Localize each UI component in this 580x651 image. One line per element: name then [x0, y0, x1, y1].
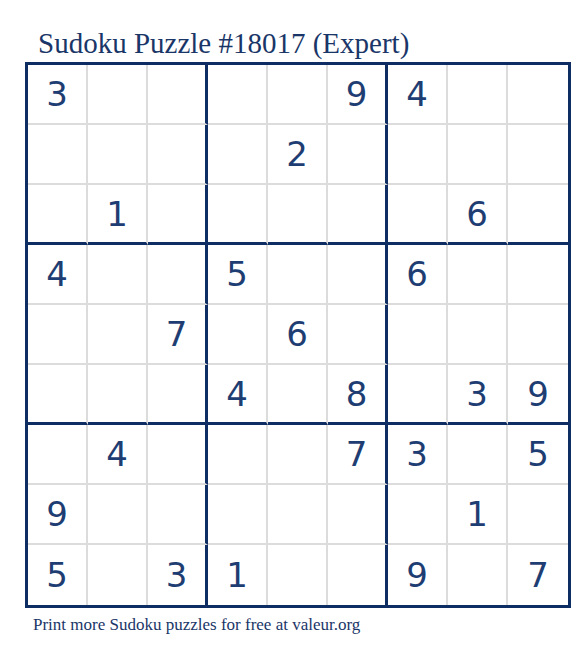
cell-r8c7[interactable]: [388, 485, 448, 545]
cell-r4c3[interactable]: [148, 245, 208, 305]
cell-r2c6[interactable]: [328, 125, 388, 185]
cell-r4c8[interactable]: [448, 245, 508, 305]
cell-r9c5[interactable]: [268, 545, 328, 605]
cell-r4c6[interactable]: [328, 245, 388, 305]
cell-r2c7[interactable]: [388, 125, 448, 185]
cell-r2c8[interactable]: [448, 125, 508, 185]
cell-r2c2[interactable]: [88, 125, 148, 185]
cell-r4c9[interactable]: [508, 245, 568, 305]
cell-r6c6[interactable]: 8: [328, 365, 388, 425]
cell-r8c9[interactable]: [508, 485, 568, 545]
cell-r6c7[interactable]: [388, 365, 448, 425]
cell-r6c3[interactable]: [148, 365, 208, 425]
cell-r5c1[interactable]: [28, 305, 88, 365]
cell-r1c8[interactable]: [448, 65, 508, 125]
cell-r3c8[interactable]: 6: [448, 185, 508, 245]
cell-r5c2[interactable]: [88, 305, 148, 365]
cell-r1c7[interactable]: 4: [388, 65, 448, 125]
cell-r3c4[interactable]: [208, 185, 268, 245]
cell-r8c5[interactable]: [268, 485, 328, 545]
cell-r6c1[interactable]: [28, 365, 88, 425]
cell-r9c1[interactable]: 5: [28, 545, 88, 605]
cell-r7c1[interactable]: [28, 425, 88, 485]
cell-r7c9[interactable]: 5: [508, 425, 568, 485]
cell-r9c3[interactable]: 3: [148, 545, 208, 605]
cell-r5c7[interactable]: [388, 305, 448, 365]
cell-r9c2[interactable]: [88, 545, 148, 605]
cell-r1c3[interactable]: [148, 65, 208, 125]
cell-r7c2[interactable]: 4: [88, 425, 148, 485]
cell-r6c9[interactable]: 9: [508, 365, 568, 425]
cell-r9c6[interactable]: [328, 545, 388, 605]
cell-r5c5[interactable]: 6: [268, 305, 328, 365]
cell-r2c9[interactable]: [508, 125, 568, 185]
cell-r8c4[interactable]: [208, 485, 268, 545]
cell-r3c5[interactable]: [268, 185, 328, 245]
cell-r8c1[interactable]: 9: [28, 485, 88, 545]
cell-r5c9[interactable]: [508, 305, 568, 365]
cell-r2c1[interactable]: [28, 125, 88, 185]
cell-r9c7[interactable]: 9: [388, 545, 448, 605]
cell-r5c3[interactable]: 7: [148, 305, 208, 365]
cell-r7c8[interactable]: [448, 425, 508, 485]
cell-r2c5[interactable]: 2: [268, 125, 328, 185]
cell-r6c5[interactable]: [268, 365, 328, 425]
cell-r1c6[interactable]: 9: [328, 65, 388, 125]
cell-r3c2[interactable]: 1: [88, 185, 148, 245]
cell-r1c2[interactable]: [88, 65, 148, 125]
page-title: Sudoku Puzzle #18017 (Expert): [38, 27, 409, 60]
sudoku-grid: 39421645676483947359153197: [25, 62, 571, 608]
cell-r3c9[interactable]: [508, 185, 568, 245]
cell-r3c7[interactable]: [388, 185, 448, 245]
cell-r6c4[interactable]: 4: [208, 365, 268, 425]
cell-r3c3[interactable]: [148, 185, 208, 245]
cell-r8c6[interactable]: [328, 485, 388, 545]
cell-r9c8[interactable]: [448, 545, 508, 605]
cell-r1c5[interactable]: [268, 65, 328, 125]
cell-r4c4[interactable]: 5: [208, 245, 268, 305]
cell-r5c8[interactable]: [448, 305, 508, 365]
cell-r4c1[interactable]: 4: [28, 245, 88, 305]
cell-r4c7[interactable]: 6: [388, 245, 448, 305]
cell-r7c3[interactable]: [148, 425, 208, 485]
cell-r5c4[interactable]: [208, 305, 268, 365]
cell-r6c2[interactable]: [88, 365, 148, 425]
cell-r8c2[interactable]: [88, 485, 148, 545]
cell-r7c4[interactable]: [208, 425, 268, 485]
cell-r1c4[interactable]: [208, 65, 268, 125]
cell-r4c5[interactable]: [268, 245, 328, 305]
footer-text: Print more Sudoku puzzles for free at va…: [33, 615, 360, 635]
cell-r5c6[interactable]: [328, 305, 388, 365]
cell-r9c9[interactable]: 7: [508, 545, 568, 605]
cell-r2c4[interactable]: [208, 125, 268, 185]
cell-r1c9[interactable]: [508, 65, 568, 125]
cell-r2c3[interactable]: [148, 125, 208, 185]
cell-r6c8[interactable]: 3: [448, 365, 508, 425]
cell-r8c3[interactable]: [148, 485, 208, 545]
cell-r3c1[interactable]: [28, 185, 88, 245]
cell-r1c1[interactable]: 3: [28, 65, 88, 125]
cell-r9c4[interactable]: 1: [208, 545, 268, 605]
cell-r7c5[interactable]: [268, 425, 328, 485]
cell-r3c6[interactable]: [328, 185, 388, 245]
cell-r7c6[interactable]: 7: [328, 425, 388, 485]
cell-r4c2[interactable]: [88, 245, 148, 305]
cell-r7c7[interactable]: 3: [388, 425, 448, 485]
cell-r8c8[interactable]: 1: [448, 485, 508, 545]
